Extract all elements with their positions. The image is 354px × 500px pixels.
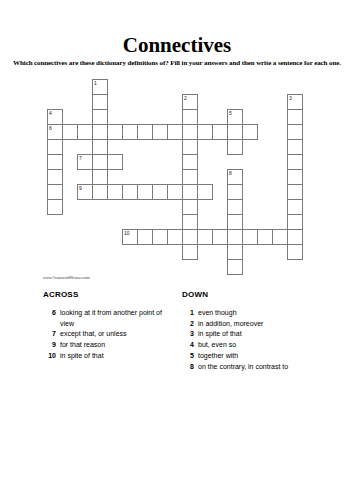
grid-number-8: 8	[229, 171, 232, 176]
grid-cell-r10c16[interactable]	[287, 229, 303, 245]
down-clue-4: 4but, even so	[178, 340, 338, 351]
down-clue-text-1: even though	[198, 308, 338, 319]
grid-cell-r5c4[interactable]	[107, 154, 123, 170]
grid-cell-r9c16[interactable]	[287, 214, 303, 230]
page-title: Connectives	[0, 34, 354, 56]
across-clue-number-9: 9	[40, 340, 56, 351]
grid-cell-r3c8[interactable]	[167, 124, 183, 140]
grid-cell-r3c4[interactable]	[107, 124, 123, 140]
grid-number-5: 5	[229, 111, 232, 116]
across-clue-number-6: 6	[40, 308, 56, 319]
grid-cell-r11c12[interactable]	[227, 244, 243, 260]
grid-cell-r6c16[interactable]	[287, 169, 303, 185]
grid-cell-r3c13[interactable]	[242, 124, 258, 140]
grid-cell-r3c12[interactable]	[227, 124, 243, 140]
grid-cell-r1c3[interactable]	[92, 94, 108, 110]
grid-cell-r5c0[interactable]	[47, 154, 63, 170]
grid-cell-r4c9[interactable]	[182, 139, 198, 155]
down-clue-2: 2in addition, moreover	[178, 319, 338, 330]
down-clue-number-1: 1	[178, 308, 194, 319]
grid-cell-r7c0[interactable]	[47, 184, 63, 200]
grid-cell-r4c16[interactable]	[287, 139, 303, 155]
grid-cell-r3c16[interactable]	[287, 124, 303, 140]
grid-cell-r2c16[interactable]	[287, 109, 303, 125]
across-clue-number-7: 7	[40, 329, 56, 340]
grid-cell-r4c3[interactable]	[92, 139, 108, 155]
grid-number-3: 3	[289, 96, 292, 101]
grid-cell-r10c7[interactable]	[152, 229, 168, 245]
down-clue-1: 1even though	[178, 308, 338, 319]
down-heading: DOWN	[182, 290, 208, 299]
across-clue-text-7: except that, or unless	[60, 329, 172, 340]
across-clue-text-9: for that reason	[60, 340, 172, 351]
grid-cell-r10c14[interactable]	[257, 229, 273, 245]
down-clue-list: 1even though2in addition, moreover3in sp…	[178, 308, 338, 372]
worksheet-page: Connectives Which connectives are these …	[0, 0, 354, 500]
grid-cell-r8c12[interactable]	[227, 199, 243, 215]
page-subtitle: Which connectives are these dictionary d…	[0, 59, 354, 67]
grid-cell-r3c11[interactable]	[212, 124, 228, 140]
grid-cell-r10c10[interactable]	[197, 229, 213, 245]
grid-number-2: 2	[184, 96, 187, 101]
across-clue-list: 6looking at it from another point of vie…	[40, 308, 172, 362]
grid-number-10: 10	[124, 231, 130, 236]
across-heading: ACROSS	[43, 290, 78, 299]
crossword-grid: 12345678910	[47, 79, 303, 275]
down-clue-number-4: 4	[178, 340, 194, 351]
down-clue-text-5: together with	[198, 351, 338, 362]
grid-cell-r3c5[interactable]	[122, 124, 138, 140]
grid-cell-r3c9[interactable]	[182, 124, 198, 140]
across-clue-7: 7except that, or unless	[40, 329, 172, 340]
footer-url: www.CrosswordWeaver.com	[43, 275, 90, 280]
grid-number-9: 9	[79, 186, 82, 191]
down-clue-8: 8on the contrary, in contrast to	[178, 362, 338, 373]
grid-cell-r6c9[interactable]	[182, 169, 198, 185]
grid-cell-r2c9[interactable]	[182, 109, 198, 125]
grid-cell-r6c3[interactable]	[92, 169, 108, 185]
down-clue-number-3: 3	[178, 329, 194, 340]
grid-number-6: 6	[49, 126, 52, 131]
down-clue-text-3: in spite of that	[198, 329, 338, 340]
grid-cell-r7c7[interactable]	[152, 184, 168, 200]
grid-cell-r3c10[interactable]	[197, 124, 213, 140]
grid-number-1: 1	[94, 81, 97, 86]
grid-cell-r10c9[interactable]	[182, 229, 198, 245]
down-clue-text-2: in addition, moreover	[198, 319, 338, 330]
down-clue-text-8: on the contrary, in contrast to	[198, 362, 338, 373]
across-clue-6: 6looking at it from another point of vie…	[40, 308, 172, 329]
grid-cell-r7c5[interactable]	[122, 184, 138, 200]
down-clue-number-5: 5	[178, 351, 194, 362]
down-clue-number-8: 8	[178, 362, 194, 373]
across-clue-10: 10in spite of that	[40, 351, 172, 362]
grid-cell-r7c8[interactable]	[167, 184, 183, 200]
grid-cell-r3c3[interactable]	[92, 124, 108, 140]
grid-cell-r3c7[interactable]	[152, 124, 168, 140]
grid-cell-r5c16[interactable]	[287, 154, 303, 170]
grid-cell-r10c12[interactable]	[227, 229, 243, 245]
grid-cell-r9c12[interactable]	[227, 214, 243, 230]
grid-cell-r8c16[interactable]	[287, 199, 303, 215]
grid-cell-r11c9[interactable]	[182, 244, 198, 260]
down-clue-text-4: but, even so	[198, 340, 338, 351]
down-clue-number-2: 2	[178, 319, 194, 330]
grid-cell-r10c6[interactable]	[137, 229, 153, 245]
grid-cell-r6c0[interactable]	[47, 169, 63, 185]
grid-cell-r3c2[interactable]	[77, 124, 93, 140]
down-clue-3: 3in spite of that	[178, 329, 338, 340]
grid-cell-r10c13[interactable]	[242, 229, 258, 245]
grid-number-4: 4	[49, 111, 52, 116]
grid-cell-r10c8[interactable]	[167, 229, 183, 245]
grid-number-7: 7	[79, 156, 82, 161]
grid-cell-r7c6[interactable]	[137, 184, 153, 200]
grid-cell-r4c0[interactable]	[47, 139, 63, 155]
grid-cell-r7c9[interactable]	[182, 184, 198, 200]
grid-cell-r12c12[interactable]	[227, 259, 243, 275]
grid-cell-r7c16[interactable]	[287, 184, 303, 200]
grid-cell-r7c12[interactable]	[227, 184, 243, 200]
across-clue-text-6: looking at it from another point of view	[60, 308, 172, 329]
grid-cell-r9c9[interactable]	[182, 214, 198, 230]
grid-cell-r3c6[interactable]	[137, 124, 153, 140]
grid-cell-r8c0[interactable]	[47, 199, 63, 215]
across-clue-number-10: 10	[40, 351, 56, 362]
grid-cell-r7c4[interactable]	[107, 184, 123, 200]
grid-cell-r3c1[interactable]	[62, 124, 78, 140]
grid-cell-r8c9[interactable]	[182, 199, 198, 215]
grid-cell-r5c3[interactable]	[92, 154, 108, 170]
grid-cell-r2c3[interactable]	[92, 109, 108, 125]
across-clue-9: 9for that reason	[40, 340, 172, 351]
grid-cell-r5c9[interactable]	[182, 154, 198, 170]
grid-cell-r4c12[interactable]	[227, 139, 243, 155]
grid-cell-r10c11[interactable]	[212, 229, 228, 245]
grid-cell-r7c3[interactable]	[92, 184, 108, 200]
grid-cell-r7c10[interactable]	[197, 184, 213, 200]
down-clue-5: 5together with	[178, 351, 338, 362]
grid-cell-r10c15[interactable]	[272, 229, 288, 245]
across-clue-text-10: in spite of that	[60, 351, 172, 362]
grid-cell-r11c16[interactable]	[287, 244, 303, 260]
